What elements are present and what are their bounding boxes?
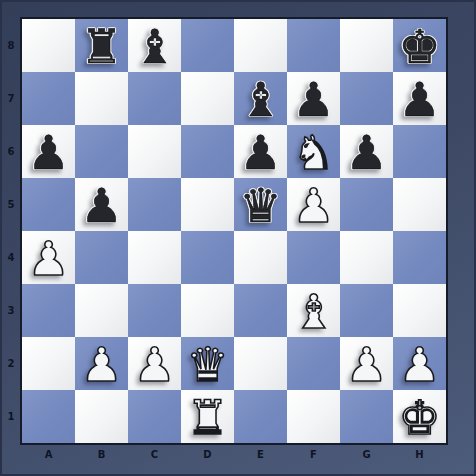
square-d8[interactable] <box>181 19 234 72</box>
square-c2[interactable]: ♟ <box>128 337 181 390</box>
square-e4[interactable] <box>234 231 287 284</box>
square-g7[interactable] <box>340 72 393 125</box>
square-b1[interactable] <box>75 390 128 443</box>
square-a2[interactable] <box>22 337 75 390</box>
square-h4[interactable] <box>393 231 446 284</box>
square-b7[interactable] <box>75 72 128 125</box>
file-label-c: C <box>128 446 181 462</box>
piece-black-pawn[interactable]: ♟ <box>398 76 440 123</box>
square-a4[interactable]: ♟ <box>22 231 75 284</box>
square-c3[interactable] <box>128 284 181 337</box>
square-h5[interactable] <box>393 178 446 231</box>
piece-black-bishop[interactable]: ♝ <box>239 76 281 123</box>
square-c8[interactable]: ♝ <box>128 19 181 72</box>
square-a1[interactable] <box>22 390 75 443</box>
rank-label-2: 2 <box>0 337 22 390</box>
square-e5[interactable]: ♛ <box>234 178 287 231</box>
file-label-f: F <box>287 446 340 462</box>
file-label-g: G <box>340 446 393 462</box>
rank-label-7: 7 <box>0 72 22 125</box>
piece-white-pawn[interactable]: ♟ <box>27 235 69 282</box>
square-g3[interactable] <box>340 284 393 337</box>
square-f6[interactable]: ♞ <box>287 125 340 178</box>
square-d1[interactable]: ♜ <box>181 390 234 443</box>
square-g2[interactable]: ♟ <box>340 337 393 390</box>
square-c5[interactable] <box>128 178 181 231</box>
square-h1[interactable]: ♚ <box>393 390 446 443</box>
square-a7[interactable] <box>22 72 75 125</box>
square-c1[interactable] <box>128 390 181 443</box>
square-e2[interactable] <box>234 337 287 390</box>
piece-black-pawn[interactable]: ♟ <box>239 129 281 176</box>
piece-black-pawn[interactable]: ♟ <box>292 76 334 123</box>
square-e8[interactable] <box>234 19 287 72</box>
square-c4[interactable] <box>128 231 181 284</box>
piece-white-queen[interactable]: ♛ <box>186 341 228 388</box>
square-h2[interactable]: ♟ <box>393 337 446 390</box>
square-b8[interactable]: ♜ <box>75 19 128 72</box>
square-d5[interactable] <box>181 178 234 231</box>
rank-label-3: 3 <box>0 284 22 337</box>
square-f5[interactable]: ♟ <box>287 178 340 231</box>
square-d4[interactable] <box>181 231 234 284</box>
rank-label-5: 5 <box>0 178 22 231</box>
square-f3[interactable]: ♝ <box>287 284 340 337</box>
piece-white-bishop[interactable]: ♝ <box>292 288 334 335</box>
file-label-d: D <box>181 446 234 462</box>
square-e1[interactable] <box>234 390 287 443</box>
square-b6[interactable] <box>75 125 128 178</box>
square-f1[interactable] <box>287 390 340 443</box>
square-b3[interactable] <box>75 284 128 337</box>
square-a3[interactable] <box>22 284 75 337</box>
square-e3[interactable] <box>234 284 287 337</box>
square-d3[interactable] <box>181 284 234 337</box>
piece-white-knight[interactable]: ♞ <box>292 129 334 176</box>
square-f8[interactable] <box>287 19 340 72</box>
file-label-b: B <box>75 446 128 462</box>
square-a6[interactable]: ♟ <box>22 125 75 178</box>
square-c6[interactable] <box>128 125 181 178</box>
square-d6[interactable] <box>181 125 234 178</box>
piece-black-king[interactable]: ♚ <box>398 23 440 70</box>
square-g8[interactable] <box>340 19 393 72</box>
piece-white-pawn[interactable]: ♟ <box>292 182 334 229</box>
square-h6[interactable] <box>393 125 446 178</box>
square-b4[interactable] <box>75 231 128 284</box>
square-a8[interactable] <box>22 19 75 72</box>
piece-black-pawn[interactable]: ♟ <box>345 129 387 176</box>
piece-white-rook[interactable]: ♜ <box>186 394 228 441</box>
piece-white-pawn[interactable]: ♟ <box>133 341 175 388</box>
square-g6[interactable]: ♟ <box>340 125 393 178</box>
piece-white-pawn[interactable]: ♟ <box>398 341 440 388</box>
square-d2[interactable]: ♛ <box>181 337 234 390</box>
square-h8[interactable]: ♚ <box>393 19 446 72</box>
square-e6[interactable]: ♟ <box>234 125 287 178</box>
square-g4[interactable] <box>340 231 393 284</box>
rank-label-1: 1 <box>0 390 22 443</box>
piece-black-queen[interactable]: ♛ <box>239 182 281 229</box>
board-frame: 87654321 ♜♝♚♝♟♟♟♟♞♟♟♛♟♟♝♟♟♛♟♟♜♚ ABCDEFGH <box>0 0 476 476</box>
rank-label-8: 8 <box>0 19 22 72</box>
square-f7[interactable]: ♟ <box>287 72 340 125</box>
square-a5[interactable] <box>22 178 75 231</box>
piece-white-pawn[interactable]: ♟ <box>80 341 122 388</box>
square-g1[interactable] <box>340 390 393 443</box>
file-label-h: H <box>393 446 446 462</box>
piece-black-pawn[interactable]: ♟ <box>80 182 122 229</box>
square-h7[interactable]: ♟ <box>393 72 446 125</box>
piece-black-bishop[interactable]: ♝ <box>133 23 175 70</box>
square-f4[interactable] <box>287 231 340 284</box>
piece-black-rook[interactable]: ♜ <box>80 23 122 70</box>
square-f2[interactable] <box>287 337 340 390</box>
square-e7[interactable]: ♝ <box>234 72 287 125</box>
square-b5[interactable]: ♟ <box>75 178 128 231</box>
square-g5[interactable] <box>340 178 393 231</box>
file-label-e: E <box>234 446 287 462</box>
square-d7[interactable] <box>181 72 234 125</box>
square-h3[interactable] <box>393 284 446 337</box>
square-c7[interactable] <box>128 72 181 125</box>
square-b2[interactable]: ♟ <box>75 337 128 390</box>
rank-labels: 87654321 <box>0 19 22 443</box>
piece-black-pawn[interactable]: ♟ <box>27 129 69 176</box>
rank-label-4: 4 <box>0 231 22 284</box>
piece-white-pawn[interactable]: ♟ <box>345 341 387 388</box>
board: ♜♝♚♝♟♟♟♟♞♟♟♛♟♟♝♟♟♛♟♟♜♚ <box>22 19 446 443</box>
piece-white-king[interactable]: ♚ <box>398 394 440 441</box>
file-labels: ABCDEFGH <box>22 446 446 462</box>
rank-label-6: 6 <box>0 125 22 178</box>
file-label-a: A <box>22 446 75 462</box>
